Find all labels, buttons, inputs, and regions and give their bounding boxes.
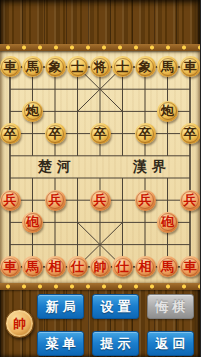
piece-red-c[interactable]: 砲 bbox=[22, 212, 43, 233]
piece-black-b[interactable]: 象 bbox=[135, 56, 156, 77]
piece-red-p[interactable]: 兵 bbox=[135, 190, 156, 211]
piece-red-r[interactable]: 車 bbox=[0, 256, 21, 277]
piece-red-p[interactable]: 兵 bbox=[45, 190, 66, 211]
piece-red-a[interactable]: 仕 bbox=[112, 256, 133, 277]
pieces-grid[interactable]: 車馬象士将士象馬車炮炮卒卒卒卒卒兵兵兵兵兵砲砲車馬相仕帥仕相馬車 bbox=[0, 56, 200, 278]
piece-black-n[interactable]: 馬 bbox=[157, 56, 178, 77]
piece-black-r[interactable]: 車 bbox=[180, 56, 201, 77]
piece-red-b[interactable]: 相 bbox=[135, 256, 156, 277]
undo-button[interactable]: 悔棋 bbox=[147, 294, 194, 319]
piece-red-c[interactable]: 砲 bbox=[157, 212, 178, 233]
piece-black-a[interactable]: 士 bbox=[67, 56, 88, 77]
turn-indicator-red-general: 帥 bbox=[5, 309, 34, 338]
piece-red-n[interactable]: 馬 bbox=[22, 256, 43, 277]
xiangqi-board[interactable]: 楚河 漢界 車馬象士将士象馬車炮炮卒卒卒卒卒兵兵兵兵兵砲砲車馬相仕帥仕相馬車 bbox=[0, 50, 200, 283]
piece-black-p[interactable]: 卒 bbox=[135, 123, 156, 144]
piece-black-n[interactable]: 馬 bbox=[22, 56, 43, 77]
piece-black-p[interactable]: 卒 bbox=[0, 123, 21, 144]
piece-black-a[interactable]: 士 bbox=[112, 56, 133, 77]
settings-button[interactable]: 设置 bbox=[92, 294, 139, 319]
piece-black-b[interactable]: 象 bbox=[45, 56, 66, 77]
piece-black-c[interactable]: 炮 bbox=[22, 101, 43, 122]
piece-black-p[interactable]: 卒 bbox=[90, 123, 111, 144]
piece-red-p[interactable]: 兵 bbox=[90, 190, 111, 211]
piece-red-r[interactable]: 車 bbox=[180, 256, 201, 277]
piece-red-a[interactable]: 仕 bbox=[67, 256, 88, 277]
top-stud-rail bbox=[0, 44, 200, 51]
piece-black-r[interactable]: 車 bbox=[0, 56, 21, 77]
piece-red-p[interactable]: 兵 bbox=[0, 190, 21, 211]
piece-red-b[interactable]: 相 bbox=[45, 256, 66, 277]
piece-black-k[interactable]: 将 bbox=[90, 56, 111, 77]
menu-button[interactable]: 菜单 bbox=[37, 331, 84, 356]
piece-red-n[interactable]: 馬 bbox=[157, 256, 178, 277]
back-button[interactable]: 返回 bbox=[147, 331, 194, 356]
piece-black-p[interactable]: 卒 bbox=[45, 123, 66, 144]
xiangqi-app: 楚河 漢界 車馬象士将士象馬車炮炮卒卒卒卒卒兵兵兵兵兵砲砲車馬相仕帥仕相馬車 帥… bbox=[0, 0, 200, 357]
piece-black-p[interactable]: 卒 bbox=[180, 123, 201, 144]
piece-red-k[interactable]: 帥 bbox=[90, 256, 111, 277]
bottom-stud-rail bbox=[0, 283, 200, 290]
piece-red-p[interactable]: 兵 bbox=[180, 190, 201, 211]
new-game-button[interactable]: 新局 bbox=[37, 294, 84, 319]
hint-button[interactable]: 提示 bbox=[92, 331, 139, 356]
piece-black-c[interactable]: 炮 bbox=[157, 101, 178, 122]
